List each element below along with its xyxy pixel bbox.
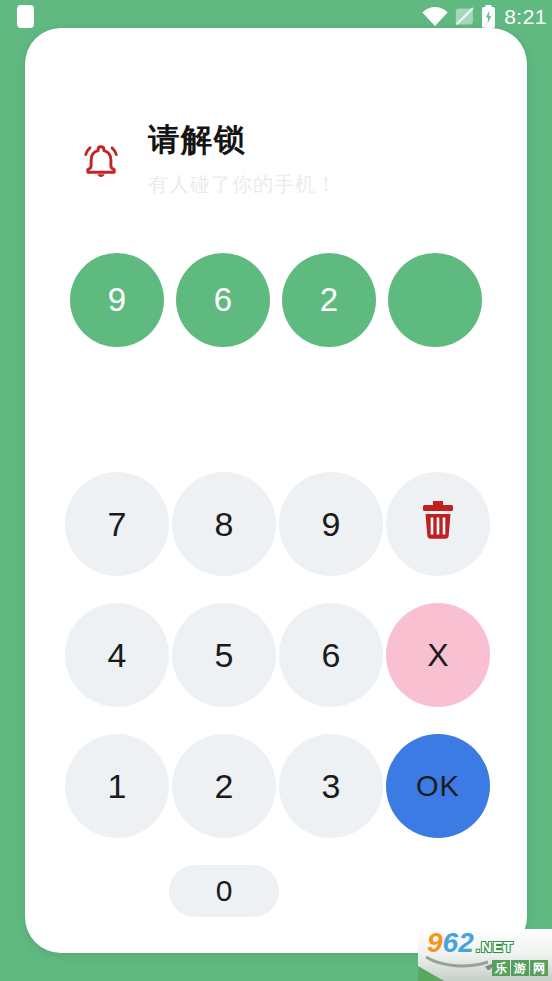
- key-0[interactable]: 0: [169, 865, 279, 917]
- key-delete[interactable]: [386, 472, 490, 576]
- watermark-name-char: 游: [511, 960, 529, 976]
- pin-slot-3: 2: [282, 253, 376, 347]
- key-ok[interactable]: OK: [386, 734, 490, 838]
- key-clear[interactable]: X: [386, 603, 490, 707]
- watermark-name-char: 乐: [492, 960, 510, 976]
- watermark-name: 乐 游 网: [492, 960, 548, 976]
- watermark-tld: .NET: [476, 938, 514, 955]
- pin-slot-2: 6: [176, 253, 270, 347]
- pin-slot-1: 9: [70, 253, 164, 347]
- key-7[interactable]: 7: [65, 472, 169, 576]
- key-8[interactable]: 8: [172, 472, 276, 576]
- watermark-digits-62: 62: [443, 929, 474, 959]
- page-title: 请解锁: [148, 121, 337, 159]
- key-3[interactable]: 3: [279, 734, 383, 838]
- trash-icon: [421, 501, 455, 547]
- keypad: 7 8 9: [65, 472, 490, 917]
- no-signal-icon: [455, 7, 475, 26]
- wifi-icon: [422, 7, 448, 26]
- key-9[interactable]: 9: [279, 472, 383, 576]
- watermark-logo: 9 62 .NET 乐 游 网: [418, 929, 552, 981]
- key-2[interactable]: 2: [172, 734, 276, 838]
- notification-square-icon: [17, 5, 34, 28]
- battery-charging-icon: [482, 5, 495, 28]
- pin-slot-4: [388, 253, 482, 347]
- status-time: 8:21: [504, 5, 547, 29]
- key-6[interactable]: 6: [279, 603, 383, 707]
- key-5[interactable]: 5: [172, 603, 276, 707]
- key-1[interactable]: 1: [65, 734, 169, 838]
- page-subtitle: 有人碰了你的手机！: [148, 171, 337, 198]
- watermark-digit-9: 9: [427, 929, 443, 959]
- pin-display: 9 6 2: [70, 253, 482, 347]
- watermark-name-char: 网: [530, 960, 548, 976]
- header: 请解锁 有人碰了你的手机！: [79, 121, 337, 198]
- unlock-screen: 8:21 请解锁 有人碰了你的手机！ 9: [0, 0, 552, 981]
- bell-icon: [79, 137, 123, 198]
- unlock-card: 请解锁 有人碰了你的手机！ 9 6 2 7 8 9: [25, 28, 527, 953]
- key-4[interactable]: 4: [65, 603, 169, 707]
